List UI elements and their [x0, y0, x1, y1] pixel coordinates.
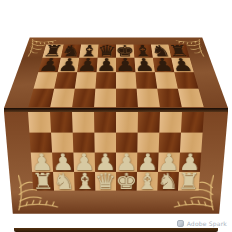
square-d1: ♛ — [95, 172, 116, 191]
square-d2: ♟ — [95, 153, 116, 172]
square-b2: ♟ — [52, 153, 74, 172]
square-d4 — [94, 112, 116, 133]
square-g2: ♟ — [158, 153, 180, 172]
square-f1: ♝ — [137, 172, 158, 191]
square-c1: ♝ — [74, 172, 95, 191]
square-f2: ♟ — [137, 153, 159, 172]
square-f8: ♝ — [133, 45, 152, 58]
piece-black-pawn: ♟ — [169, 58, 197, 72]
piece-black-queen: ♛ — [95, 45, 118, 58]
square-d8: ♛ — [98, 45, 116, 58]
piece-white-pawn: ♟ — [176, 153, 204, 171]
square-c5 — [72, 89, 95, 107]
square-e5 — [116, 89, 138, 107]
square-b3 — [51, 133, 73, 153]
square-a4 — [28, 112, 51, 133]
square-c8: ♝ — [79, 45, 98, 58]
square-a3 — [29, 133, 52, 153]
square-c2: ♟ — [73, 153, 95, 172]
piece-white-queen: ♛ — [92, 173, 119, 191]
watermark: Adobe Spark — [177, 220, 227, 227]
square-h2: ♟ — [179, 153, 201, 172]
adobe-spark-logo-icon — [177, 220, 184, 227]
square-e3 — [116, 133, 138, 153]
square-h5 — [178, 89, 204, 107]
square-b7: ♟ — [58, 58, 80, 73]
chess-set-photo: ♜♞♝♛♚♝♞♜♟♟♟♟♟♟♟♟ ♟♟♟♟♟♟♟♟♜♞♝♛♚♝♞♜ — [0, 0, 232, 232]
square-a2: ♟ — [31, 153, 53, 172]
board-half-far: ♜♞♝♛♚♝♞♜♟♟♟♟♟♟♟♟ — [4, 37, 228, 108]
square-d7: ♟ — [97, 58, 116, 73]
board-side-edge — [14, 228, 218, 232]
square-b8: ♞ — [61, 45, 81, 58]
square-d6 — [95, 72, 116, 88]
square-h6 — [174, 72, 198, 88]
square-d3 — [94, 133, 116, 153]
board-half-near: ♟♟♟♟♟♟♟♟♜♞♝♛♚♝♞♜ — [4, 112, 228, 214]
watermark-label: Adobe Spark — [187, 220, 227, 227]
piece-white-pawn: ♟ — [92, 153, 119, 171]
square-e1: ♚ — [116, 172, 137, 191]
square-h7: ♟ — [171, 58, 194, 73]
square-e2: ♟ — [116, 153, 137, 172]
square-c3 — [73, 133, 95, 153]
square-e7: ♟ — [116, 58, 135, 73]
piece-black-pawn: ♟ — [94, 58, 119, 72]
square-f7: ♟ — [134, 58, 154, 73]
square-e6 — [116, 72, 137, 88]
square-c6 — [75, 72, 97, 88]
square-g3 — [159, 133, 181, 153]
square-g4 — [159, 112, 182, 133]
square-c7: ♟ — [77, 58, 97, 73]
square-f5 — [137, 89, 160, 107]
chess-board: ♜♞♝♛♚♝♞♜♟♟♟♟♟♟♟♟ ♟♟♟♟♟♟♟♟♜♞♝♛♚♝♞♜ — [4, 6, 228, 232]
square-f4 — [138, 112, 160, 133]
board-grid-top: ♜♞♝♛♚♝♞♜♟♟♟♟♟♟♟♟ — [28, 45, 203, 108]
square-h8: ♜ — [168, 45, 189, 58]
square-e8: ♚ — [116, 45, 134, 58]
square-e4 — [116, 112, 138, 133]
square-b5 — [50, 89, 75, 107]
square-h4 — [181, 112, 204, 133]
square-b4 — [50, 112, 73, 133]
square-d5 — [94, 89, 116, 107]
square-f3 — [137, 133, 159, 153]
square-b6 — [54, 72, 77, 88]
square-c4 — [72, 112, 94, 133]
square-f6 — [135, 72, 157, 88]
square-h3 — [180, 133, 203, 153]
carved-leaf-ornament-bottom-right-icon — [163, 171, 222, 213]
carved-leaf-ornament-bottom-left-icon — [10, 171, 69, 213]
